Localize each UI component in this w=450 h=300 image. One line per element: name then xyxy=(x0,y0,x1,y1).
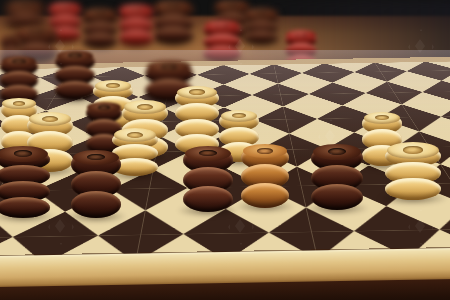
turned-dimple xyxy=(403,146,423,153)
checker-stack-dark xyxy=(71,150,121,218)
turned-dimple xyxy=(68,53,82,58)
turned-dimple xyxy=(161,64,178,70)
turned-dimple xyxy=(375,115,389,120)
stack-top-face xyxy=(124,100,166,114)
turned-dimple xyxy=(14,150,33,157)
turned-dimple xyxy=(42,116,58,122)
turned-dimple xyxy=(199,150,216,157)
checker-piece xyxy=(183,186,233,212)
turned-dimple xyxy=(13,101,26,106)
checker-piece xyxy=(55,81,95,100)
onboard-pieces-layer xyxy=(0,0,450,300)
turned-dimple xyxy=(328,148,346,155)
stack-top-face xyxy=(73,150,119,165)
turned-dimple xyxy=(232,113,246,118)
stack-top-face xyxy=(177,86,217,99)
stack-top-face xyxy=(57,50,94,62)
checker-stack-dark xyxy=(0,146,50,218)
checker-stack-dark xyxy=(0,56,38,104)
checker-piece xyxy=(241,183,289,208)
turned-dimple xyxy=(257,148,274,154)
turned-dimple xyxy=(106,83,120,88)
turned-dimple xyxy=(87,154,104,161)
stack-top-face xyxy=(2,56,37,67)
checker-stack-walnut xyxy=(183,146,233,212)
checker-stack-cream xyxy=(175,86,219,154)
checker-piece xyxy=(311,184,363,210)
checker-stack-cream xyxy=(385,142,441,200)
stack-top-face xyxy=(364,112,401,124)
checker-piece xyxy=(385,178,441,200)
turned-dimple xyxy=(98,105,111,110)
stack-top-face xyxy=(185,146,231,161)
stack-top-face xyxy=(147,60,191,74)
stack-top-face xyxy=(243,144,287,158)
stack-top-face xyxy=(114,128,156,142)
stack-top-face xyxy=(313,144,361,160)
turned-dimple xyxy=(137,104,153,110)
turned-dimple xyxy=(12,59,25,64)
turned-dimple xyxy=(127,132,143,138)
stack-top-face xyxy=(87,102,120,113)
checker-piece xyxy=(71,191,121,218)
stack-top-face xyxy=(95,80,132,92)
stack-top-face xyxy=(0,146,48,162)
turned-dimple xyxy=(189,89,204,95)
stack-top-face xyxy=(387,142,439,159)
checker-stack-dark xyxy=(311,144,363,210)
checkers-photo-scene xyxy=(0,0,450,300)
checker-stack-dark xyxy=(55,50,95,100)
stack-top-face xyxy=(2,98,35,109)
stack-top-face xyxy=(221,110,258,122)
checker-stack-golden xyxy=(241,144,289,208)
stack-top-face xyxy=(29,112,71,126)
